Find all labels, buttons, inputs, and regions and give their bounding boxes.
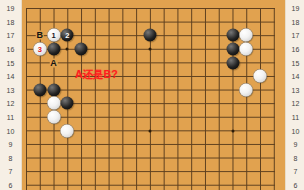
black-stone xyxy=(75,43,88,56)
row-label: 16 xyxy=(286,46,304,53)
row-label: 10 xyxy=(0,127,21,134)
black-stone xyxy=(144,29,157,42)
star-point xyxy=(231,129,234,132)
white-stone xyxy=(240,83,253,96)
row-label: 8 xyxy=(286,154,304,161)
row-label: 13 xyxy=(0,86,21,93)
go-board-screenshot: 191817161514131211109876 191817161514131… xyxy=(0,0,304,190)
white-stone xyxy=(240,29,253,42)
star-point xyxy=(149,129,152,132)
black-stone xyxy=(47,83,60,96)
row-label: 9 xyxy=(0,141,21,148)
row-label: 10 xyxy=(286,127,304,134)
row-label: 14 xyxy=(0,73,21,80)
row-coordinates-right: 191817161514131211109876 xyxy=(285,0,304,190)
row-label: 13 xyxy=(286,86,304,93)
row-label: 19 xyxy=(286,5,304,12)
white-stone-move-1: 1 xyxy=(47,29,60,42)
star-point xyxy=(66,48,69,51)
black-stone xyxy=(33,83,46,96)
row-label: 6 xyxy=(0,182,21,189)
row-label: 16 xyxy=(0,46,21,53)
row-label: 6 xyxy=(286,182,304,189)
row-label: 11 xyxy=(0,114,21,121)
row-label: 9 xyxy=(286,141,304,148)
white-stone xyxy=(61,124,74,137)
row-label: 12 xyxy=(0,100,21,107)
point-label-A[interactable]: A xyxy=(49,58,58,67)
row-label: 19 xyxy=(0,5,21,12)
row-label: 18 xyxy=(286,18,304,25)
point-label-B[interactable]: B xyxy=(36,31,45,40)
black-stone xyxy=(226,56,239,69)
row-label: 15 xyxy=(286,59,304,66)
row-label: 14 xyxy=(286,73,304,80)
row-label: 12 xyxy=(286,100,304,107)
row-label: 8 xyxy=(0,154,21,161)
row-label: 7 xyxy=(286,168,304,175)
white-stone xyxy=(254,70,267,83)
black-stone xyxy=(226,29,239,42)
black-stone xyxy=(47,43,60,56)
star-point xyxy=(149,48,152,51)
row-label: 18 xyxy=(0,18,21,25)
black-stone xyxy=(226,43,239,56)
row-label: 7 xyxy=(0,168,21,175)
row-label: 17 xyxy=(286,32,304,39)
white-stone xyxy=(47,111,60,124)
row-coordinates-left: 191817161514131211109876 xyxy=(0,0,22,190)
white-stone xyxy=(47,97,60,110)
white-stone-move-3: 3 xyxy=(33,43,46,56)
white-stone xyxy=(240,43,253,56)
black-stone xyxy=(61,97,74,110)
black-stone-move-2: 2 xyxy=(61,29,74,42)
row-label: 17 xyxy=(0,32,21,39)
row-label: 11 xyxy=(286,114,304,121)
question-annotation: A还是B? xyxy=(75,68,118,82)
row-label: 15 xyxy=(0,59,21,66)
